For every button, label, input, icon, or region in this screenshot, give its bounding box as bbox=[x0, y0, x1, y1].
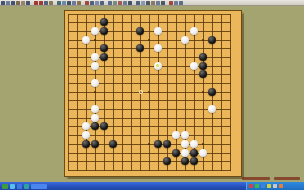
toolbar[interactable] bbox=[0, 0, 304, 6]
stone-black bbox=[100, 53, 108, 61]
status-bar-text bbox=[242, 177, 270, 180]
stone-white bbox=[82, 36, 90, 44]
star-point bbox=[94, 39, 96, 41]
toolbar-icon[interactable] bbox=[100, 1, 104, 5]
stone-black bbox=[100, 122, 108, 130]
stone-black bbox=[154, 140, 162, 148]
grid-line-vertical bbox=[176, 14, 177, 171]
stone-white bbox=[91, 114, 99, 122]
stone-black bbox=[163, 140, 171, 148]
stone-black bbox=[100, 44, 108, 52]
stone-white bbox=[91, 27, 99, 35]
toolbar-icon[interactable] bbox=[1, 1, 5, 5]
stone-black bbox=[100, 27, 108, 35]
status-bar-text bbox=[274, 177, 300, 180]
go-board[interactable] bbox=[64, 10, 242, 177]
stone-white bbox=[154, 62, 162, 70]
toolbar-icon[interactable] bbox=[118, 1, 122, 5]
stone-black bbox=[208, 88, 216, 96]
stone-white bbox=[154, 27, 162, 35]
stone-white bbox=[154, 44, 162, 52]
star-point bbox=[94, 91, 96, 93]
toolbar-icon[interactable] bbox=[174, 1, 178, 5]
toolbar-icon[interactable] bbox=[146, 1, 150, 5]
stone-black bbox=[91, 122, 99, 130]
toolbar-icon[interactable] bbox=[62, 1, 66, 5]
toolbar-icon[interactable] bbox=[21, 1, 25, 5]
stone-black bbox=[199, 53, 207, 61]
toolbar-icon[interactable] bbox=[26, 1, 30, 5]
stone-white bbox=[208, 105, 216, 113]
toolbar-icon[interactable] bbox=[11, 1, 15, 5]
stone-white bbox=[181, 131, 189, 139]
toolbar-icon[interactable] bbox=[39, 1, 43, 5]
toolbar-icon[interactable] bbox=[169, 1, 173, 5]
stone-black bbox=[91, 140, 99, 148]
stone-black bbox=[190, 149, 198, 157]
mouse-cursor-ring bbox=[139, 90, 143, 94]
stone-black bbox=[136, 27, 144, 35]
toolbar-icon[interactable] bbox=[6, 1, 10, 5]
grid-line-horizontal bbox=[68, 161, 231, 162]
grid-line-horizontal bbox=[68, 100, 231, 101]
toolbar-icon[interactable] bbox=[123, 1, 127, 5]
taskbar-item[interactable] bbox=[31, 184, 47, 189]
toolbar-icon[interactable] bbox=[49, 1, 53, 5]
stone-white bbox=[190, 27, 198, 35]
last-move-marker bbox=[156, 64, 159, 67]
taskbar-item[interactable] bbox=[24, 184, 29, 189]
system-tray[interactable] bbox=[246, 182, 304, 190]
app-client-area bbox=[0, 7, 304, 182]
stone-black bbox=[199, 70, 207, 78]
grid-line-horizontal bbox=[68, 135, 231, 136]
toolbar-icon[interactable] bbox=[67, 1, 71, 5]
toolbar-icon[interactable] bbox=[136, 1, 140, 5]
toolbar-icon[interactable] bbox=[156, 1, 160, 5]
toolbar-icon[interactable] bbox=[57, 1, 61, 5]
toolbar-icon[interactable] bbox=[141, 1, 145, 5]
stone-black bbox=[82, 140, 90, 148]
toolbar-icon[interactable] bbox=[44, 1, 48, 5]
stone-white bbox=[172, 131, 180, 139]
stone-white bbox=[91, 79, 99, 87]
taskbar-item[interactable] bbox=[17, 184, 22, 189]
toolbar-icon[interactable] bbox=[113, 1, 117, 5]
tray-icon[interactable] bbox=[279, 184, 283, 188]
stone-white bbox=[199, 149, 207, 157]
grid-line-vertical bbox=[221, 14, 222, 171]
stone-white bbox=[181, 140, 189, 148]
start-button[interactable] bbox=[2, 184, 8, 189]
tray-icon[interactable] bbox=[255, 184, 259, 188]
toolbar-icon[interactable] bbox=[85, 1, 89, 5]
toolbar-icon[interactable] bbox=[34, 1, 38, 5]
stone-white bbox=[91, 62, 99, 70]
toolbar-icon[interactable] bbox=[179, 1, 183, 5]
toolbar-group bbox=[34, 1, 54, 5]
toolbar-group bbox=[108, 1, 133, 5]
taskbar[interactable] bbox=[0, 182, 304, 190]
star-point bbox=[202, 39, 204, 41]
stone-white bbox=[82, 131, 90, 139]
toolbar-group bbox=[136, 1, 166, 5]
stone-white bbox=[91, 53, 99, 61]
toolbar-icon[interactable] bbox=[95, 1, 99, 5]
stone-white bbox=[91, 105, 99, 113]
stone-black bbox=[208, 36, 216, 44]
stone-black bbox=[136, 44, 144, 52]
toolbar-group bbox=[1, 1, 31, 5]
toolbar-icon[interactable] bbox=[161, 1, 165, 5]
toolbar-icon[interactable] bbox=[128, 1, 132, 5]
stone-black bbox=[199, 62, 207, 70]
toolbar-icon[interactable] bbox=[77, 1, 81, 5]
stone-white bbox=[181, 36, 189, 44]
grid-line-horizontal bbox=[68, 170, 231, 171]
star-point bbox=[148, 39, 150, 41]
tray-icon[interactable] bbox=[267, 184, 271, 188]
toolbar-icon[interactable] bbox=[151, 1, 155, 5]
stone-black bbox=[181, 157, 189, 165]
tray-icon[interactable] bbox=[249, 184, 253, 188]
stone-black bbox=[172, 149, 180, 157]
stone-white bbox=[82, 122, 90, 130]
star-point bbox=[202, 91, 204, 93]
stone-white bbox=[181, 149, 189, 157]
grid-line-vertical bbox=[230, 14, 231, 171]
toolbar-group bbox=[85, 1, 105, 5]
stone-black bbox=[109, 140, 117, 148]
tray-icon[interactable] bbox=[261, 184, 265, 188]
star-point bbox=[148, 91, 150, 93]
toolbar-icon[interactable] bbox=[90, 1, 94, 5]
stone-black bbox=[163, 157, 171, 165]
stone-white bbox=[190, 140, 198, 148]
tray-icon[interactable] bbox=[273, 184, 277, 188]
toolbar-icon[interactable] bbox=[108, 1, 112, 5]
stone-black bbox=[190, 157, 198, 165]
stone-black bbox=[100, 18, 108, 26]
toolbar-icon[interactable] bbox=[72, 1, 76, 5]
stone-white bbox=[190, 62, 198, 70]
toolbar-group bbox=[57, 1, 82, 5]
taskbar-item[interactable] bbox=[10, 184, 15, 189]
toolbar-group bbox=[169, 1, 184, 5]
toolbar-icon[interactable] bbox=[16, 1, 20, 5]
